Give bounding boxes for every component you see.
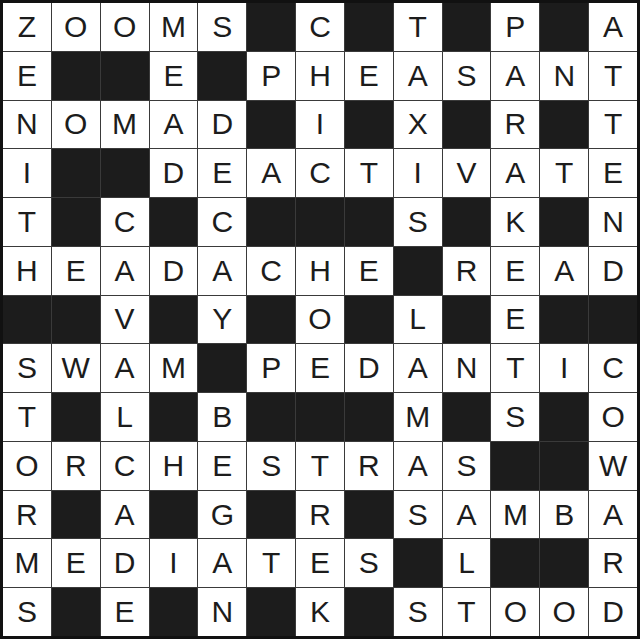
letter-cell-r4c7[interactable]: C xyxy=(296,149,344,197)
letter-cell-r12c8[interactable]: S xyxy=(345,539,393,587)
letter-cell-r12c13[interactable]: R xyxy=(589,539,637,587)
black-cell-r7c2 xyxy=(52,296,100,344)
letter-cell-r7c11[interactable]: E xyxy=(491,296,539,344)
letter-cell-r2c12[interactable]: N xyxy=(540,52,588,100)
letter-cell-r1c1[interactable]: Z xyxy=(3,3,51,51)
letter-cell-r8c11[interactable]: T xyxy=(491,344,539,392)
black-cell-r10c11 xyxy=(491,442,539,490)
letter-cell-r4c1[interactable]: I xyxy=(3,149,51,197)
black-cell-r12c9 xyxy=(394,539,442,587)
letter-cell-r5c3[interactable]: C xyxy=(101,198,149,246)
letter-cell-r9c5[interactable]: B xyxy=(198,393,246,441)
crossword-grid: ZOOMSCTPAEEPHEASANTNOMADIXRTIDEACTIVATET… xyxy=(0,0,640,639)
black-cell-r10c12 xyxy=(540,442,588,490)
black-cell-r11c2 xyxy=(52,491,100,539)
black-cell-r11c8 xyxy=(345,491,393,539)
black-cell-r3c10 xyxy=(443,101,491,149)
letter-cell-r9c11[interactable]: S xyxy=(491,393,539,441)
letter-cell-r4c13[interactable]: E xyxy=(589,149,637,197)
letter-cell-r6c11[interactable]: E xyxy=(491,247,539,295)
letter-cell-r12c10[interactable]: L xyxy=(443,539,491,587)
letter-cell-r3c5[interactable]: D xyxy=(198,101,246,149)
letter-cell-r1c9[interactable]: T xyxy=(394,3,442,51)
letter-cell-r12c3[interactable]: D xyxy=(101,539,149,587)
black-cell-r2c3 xyxy=(101,52,149,100)
letter-cell-r8c9[interactable]: A xyxy=(394,344,442,392)
letter-cell-r2c10[interactable]: S xyxy=(443,52,491,100)
letter-cell-r6c7[interactable]: H xyxy=(296,247,344,295)
letter-cell-r11c11[interactable]: M xyxy=(491,491,539,539)
black-cell-r3c8 xyxy=(345,101,393,149)
letter-cell-r10c13[interactable]: W xyxy=(589,442,637,490)
letter-cell-r2c4[interactable]: E xyxy=(150,52,198,100)
letter-cell-r13c1[interactable]: S xyxy=(3,588,51,636)
letter-cell-r11c7[interactable]: R xyxy=(296,491,344,539)
letter-cell-r10c5[interactable]: E xyxy=(198,442,246,490)
letter-cell-r6c6[interactable]: C xyxy=(247,247,295,295)
letter-cell-r11c3[interactable]: A xyxy=(101,491,149,539)
black-cell-r5c8 xyxy=(345,198,393,246)
letter-cell-r10c2[interactable]: R xyxy=(52,442,100,490)
letter-cell-r10c6[interactable]: S xyxy=(247,442,295,490)
letter-cell-r2c9[interactable]: A xyxy=(394,52,442,100)
letter-cell-r11c9[interactable]: S xyxy=(394,491,442,539)
letter-cell-r4c9[interactable]: I xyxy=(394,149,442,197)
letter-cell-r3c13[interactable]: T xyxy=(589,101,637,149)
letter-cell-r8c3[interactable]: A xyxy=(101,344,149,392)
letter-cell-r5c9[interactable]: S xyxy=(394,198,442,246)
letter-cell-r12c5[interactable]: A xyxy=(198,539,246,587)
letter-cell-r4c8[interactable]: T xyxy=(345,149,393,197)
black-cell-r7c6 xyxy=(247,296,295,344)
black-cell-r3c12 xyxy=(540,101,588,149)
black-cell-r2c2 xyxy=(52,52,100,100)
letter-cell-r13c11[interactable]: O xyxy=(491,588,539,636)
black-cell-r9c4 xyxy=(150,393,198,441)
letter-cell-r1c2[interactable]: O xyxy=(52,3,100,51)
letter-cell-r4c6[interactable]: A xyxy=(247,149,295,197)
black-cell-r13c2 xyxy=(52,588,100,636)
letter-cell-r5c13[interactable]: N xyxy=(589,198,637,246)
letter-cell-r7c7[interactable]: O xyxy=(296,296,344,344)
letter-cell-r10c7[interactable]: T xyxy=(296,442,344,490)
letter-cell-r3c4[interactable]: A xyxy=(150,101,198,149)
letter-cell-r11c12[interactable]: B xyxy=(540,491,588,539)
letter-cell-r8c1[interactable]: S xyxy=(3,344,51,392)
black-cell-r7c13 xyxy=(589,296,637,344)
letter-cell-r1c3[interactable]: O xyxy=(101,3,149,51)
letter-cell-r2c13[interactable]: T xyxy=(589,52,637,100)
letter-cell-r13c10[interactable]: T xyxy=(443,588,491,636)
black-cell-r11c4 xyxy=(150,491,198,539)
letter-cell-r2c6[interactable]: P xyxy=(247,52,295,100)
letter-cell-r12c7[interactable]: E xyxy=(296,539,344,587)
letter-cell-r9c3[interactable]: L xyxy=(101,393,149,441)
black-cell-r5c12 xyxy=(540,198,588,246)
black-cell-r1c8 xyxy=(345,3,393,51)
letter-cell-r6c2[interactable]: E xyxy=(52,247,100,295)
letter-cell-r4c5[interactable]: E xyxy=(198,149,246,197)
letter-cell-r9c9[interactable]: M xyxy=(394,393,442,441)
black-cell-r9c8 xyxy=(345,393,393,441)
letter-cell-r9c13[interactable]: O xyxy=(589,393,637,441)
black-cell-r8c5 xyxy=(198,344,246,392)
letter-cell-r10c4[interactable]: H xyxy=(150,442,198,490)
letter-cell-r6c8[interactable]: E xyxy=(345,247,393,295)
letter-cell-r11c10[interactable]: A xyxy=(443,491,491,539)
letter-cell-r8c6[interactable]: P xyxy=(247,344,295,392)
letter-cell-r7c5[interactable]: Y xyxy=(198,296,246,344)
letter-cell-r13c7[interactable]: K xyxy=(296,588,344,636)
letter-cell-r6c5[interactable]: A xyxy=(198,247,246,295)
black-cell-r1c6 xyxy=(247,3,295,51)
letter-cell-r13c13[interactable]: D xyxy=(589,588,637,636)
letter-cell-r10c8[interactable]: R xyxy=(345,442,393,490)
letter-cell-r12c1[interactable]: M xyxy=(3,539,51,587)
letter-cell-r8c12[interactable]: I xyxy=(540,344,588,392)
letter-cell-r3c1[interactable]: N xyxy=(3,101,51,149)
letter-cell-r8c2[interactable]: W xyxy=(52,344,100,392)
letter-cell-r3c7[interactable]: I xyxy=(296,101,344,149)
letter-cell-r4c4[interactable]: D xyxy=(150,149,198,197)
letter-cell-r13c3[interactable]: E xyxy=(101,588,149,636)
black-cell-r13c6 xyxy=(247,588,295,636)
black-cell-r7c8 xyxy=(345,296,393,344)
letter-cell-r12c6[interactable]: T xyxy=(247,539,295,587)
letter-cell-r1c11[interactable]: P xyxy=(491,3,539,51)
black-cell-r5c4 xyxy=(150,198,198,246)
black-cell-r9c7 xyxy=(296,393,344,441)
black-cell-r4c3 xyxy=(101,149,149,197)
letter-cell-r10c9[interactable]: A xyxy=(394,442,442,490)
black-cell-r13c8 xyxy=(345,588,393,636)
letter-cell-r8c8[interactable]: D xyxy=(345,344,393,392)
letter-cell-r10c10[interactable]: S xyxy=(443,442,491,490)
letter-cell-r6c12[interactable]: A xyxy=(540,247,588,295)
letter-cell-r12c2[interactable]: E xyxy=(52,539,100,587)
letter-cell-r12c4[interactable]: I xyxy=(150,539,198,587)
letter-cell-r4c12[interactable]: T xyxy=(540,149,588,197)
black-cell-r7c12 xyxy=(540,296,588,344)
letter-cell-r13c12[interactable]: O xyxy=(540,588,588,636)
black-cell-r11c6 xyxy=(247,491,295,539)
black-cell-r5c6 xyxy=(247,198,295,246)
letter-cell-r4c11[interactable]: A xyxy=(491,149,539,197)
letter-cell-r5c1[interactable]: T xyxy=(3,198,51,246)
black-cell-r9c12 xyxy=(540,393,588,441)
letter-cell-r8c7[interactable]: E xyxy=(296,344,344,392)
letter-cell-r3c9[interactable]: X xyxy=(394,101,442,149)
letter-cell-r9c1[interactable]: T xyxy=(3,393,51,441)
letter-cell-r7c3[interactable]: V xyxy=(101,296,149,344)
letter-cell-r2c8[interactable]: E xyxy=(345,52,393,100)
letter-cell-r8c10[interactable]: N xyxy=(443,344,491,392)
letter-cell-r6c1[interactable]: H xyxy=(3,247,51,295)
black-cell-r6c9 xyxy=(394,247,442,295)
letter-cell-r5c11[interactable]: K xyxy=(491,198,539,246)
black-cell-r9c6 xyxy=(247,393,295,441)
letter-cell-r6c3[interactable]: A xyxy=(101,247,149,295)
letter-cell-r2c7[interactable]: H xyxy=(296,52,344,100)
letter-cell-r8c4[interactable]: M xyxy=(150,344,198,392)
black-cell-r7c4 xyxy=(150,296,198,344)
letter-cell-r8c13[interactable]: C xyxy=(589,344,637,392)
letter-cell-r1c13[interactable]: A xyxy=(589,3,637,51)
letter-cell-r4c10[interactable]: V xyxy=(443,149,491,197)
letter-cell-r3c11[interactable]: R xyxy=(491,101,539,149)
letter-cell-r5c5[interactable]: C xyxy=(198,198,246,246)
letter-cell-r3c2[interactable]: O xyxy=(52,101,100,149)
black-cell-r9c2 xyxy=(52,393,100,441)
black-cell-r5c2 xyxy=(52,198,100,246)
letter-cell-r13c9[interactable]: S xyxy=(394,588,442,636)
black-cell-r1c12 xyxy=(540,3,588,51)
black-cell-r12c12 xyxy=(540,539,588,587)
letter-cell-r10c1[interactable]: O xyxy=(3,442,51,490)
letter-cell-r13c5[interactable]: N xyxy=(198,588,246,636)
letter-cell-r11c5[interactable]: G xyxy=(198,491,246,539)
black-cell-r9c10 xyxy=(443,393,491,441)
letter-cell-r1c4[interactable]: M xyxy=(150,3,198,51)
letter-cell-r6c4[interactable]: D xyxy=(150,247,198,295)
letter-cell-r10c3[interactable]: C xyxy=(101,442,149,490)
letter-cell-r11c13[interactable]: A xyxy=(589,491,637,539)
black-cell-r7c10 xyxy=(443,296,491,344)
letter-cell-r11c1[interactable]: R xyxy=(3,491,51,539)
black-cell-r1c10 xyxy=(443,3,491,51)
black-cell-r7c1 xyxy=(3,296,51,344)
letter-cell-r1c5[interactable]: S xyxy=(198,3,246,51)
letter-cell-r3c3[interactable]: M xyxy=(101,101,149,149)
letter-cell-r7c9[interactable]: L xyxy=(394,296,442,344)
black-cell-r2c5 xyxy=(198,52,246,100)
letter-cell-r1c7[interactable]: C xyxy=(296,3,344,51)
black-cell-r13c4 xyxy=(150,588,198,636)
letter-cell-r2c11[interactable]: A xyxy=(491,52,539,100)
crossword-app: ZOOMSCTPAEEPHEASANTNOMADIXRTIDEACTIVATET… xyxy=(0,0,640,639)
black-cell-r5c10 xyxy=(443,198,491,246)
letter-cell-r6c10[interactable]: R xyxy=(443,247,491,295)
black-cell-r4c2 xyxy=(52,149,100,197)
black-cell-r12c11 xyxy=(491,539,539,587)
black-cell-r3c6 xyxy=(247,101,295,149)
letter-cell-r6c13[interactable]: D xyxy=(589,247,637,295)
letter-cell-r2c1[interactable]: E xyxy=(3,52,51,100)
black-cell-r5c7 xyxy=(296,198,344,246)
